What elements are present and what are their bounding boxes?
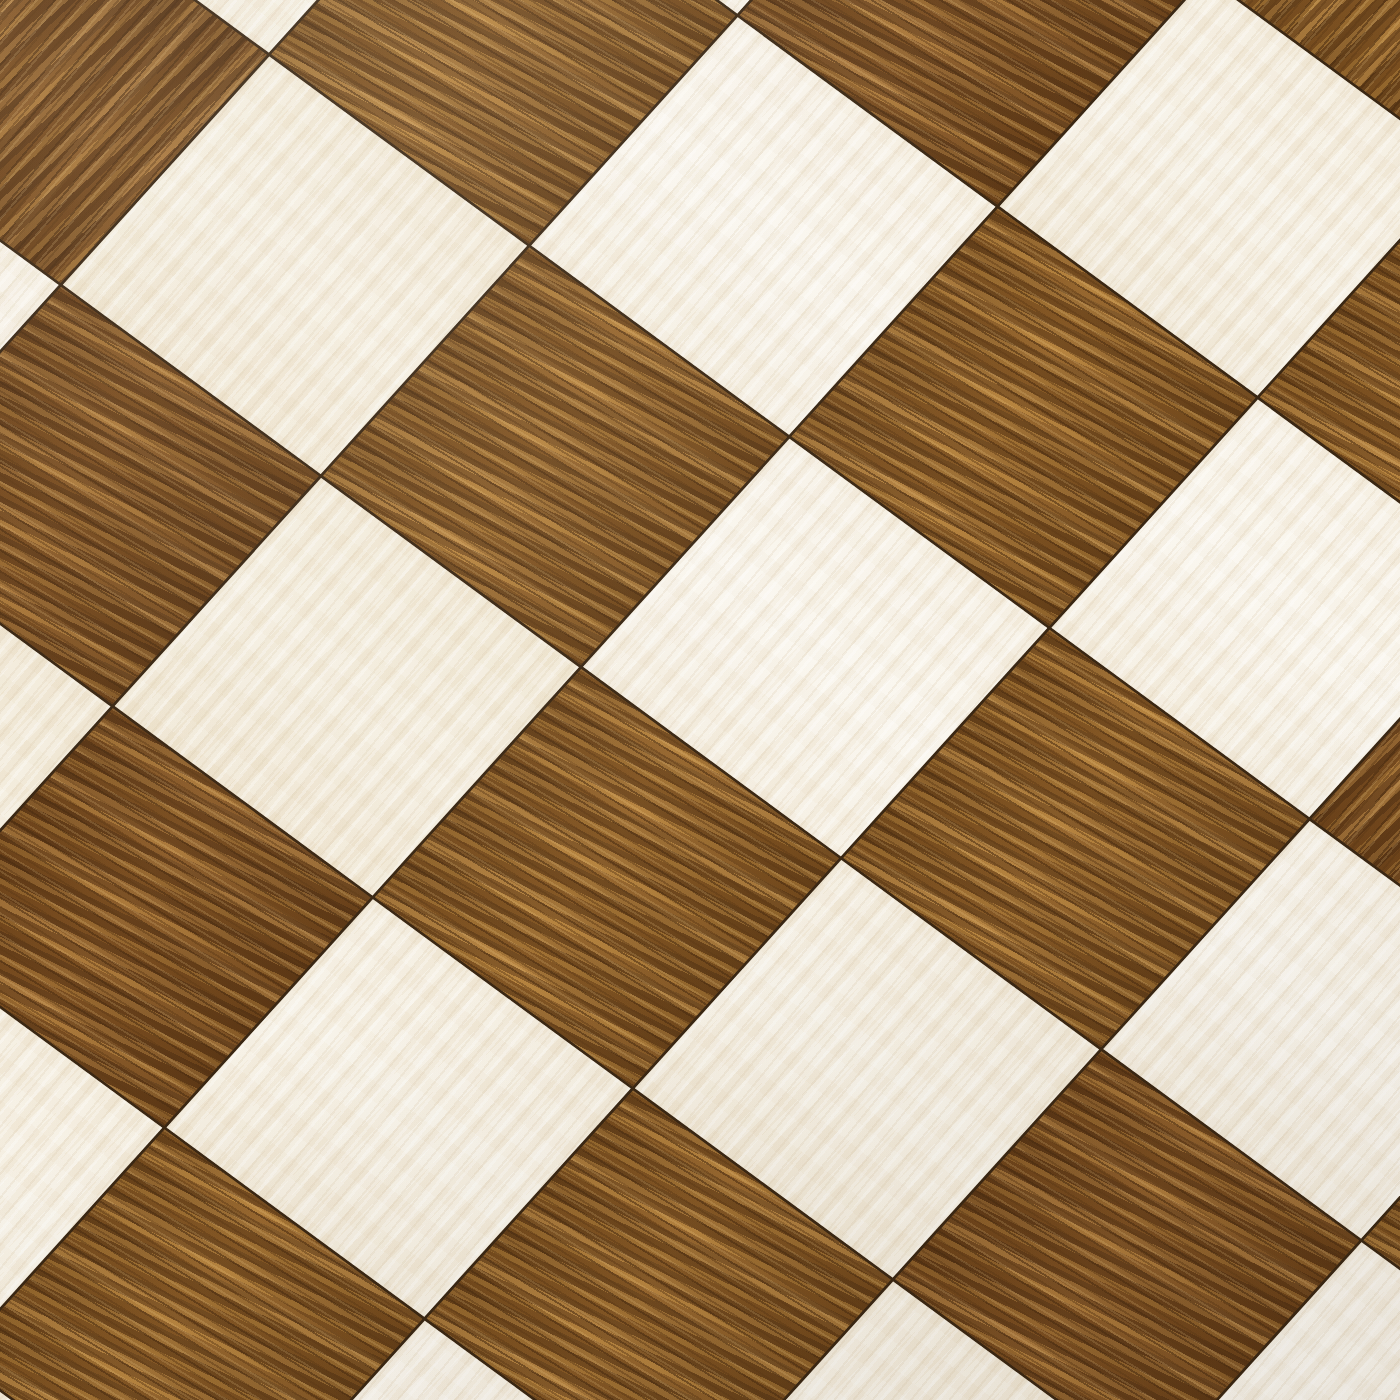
chessboard	[0, 0, 1400, 1400]
chessboard-photo	[0, 0, 1400, 1400]
